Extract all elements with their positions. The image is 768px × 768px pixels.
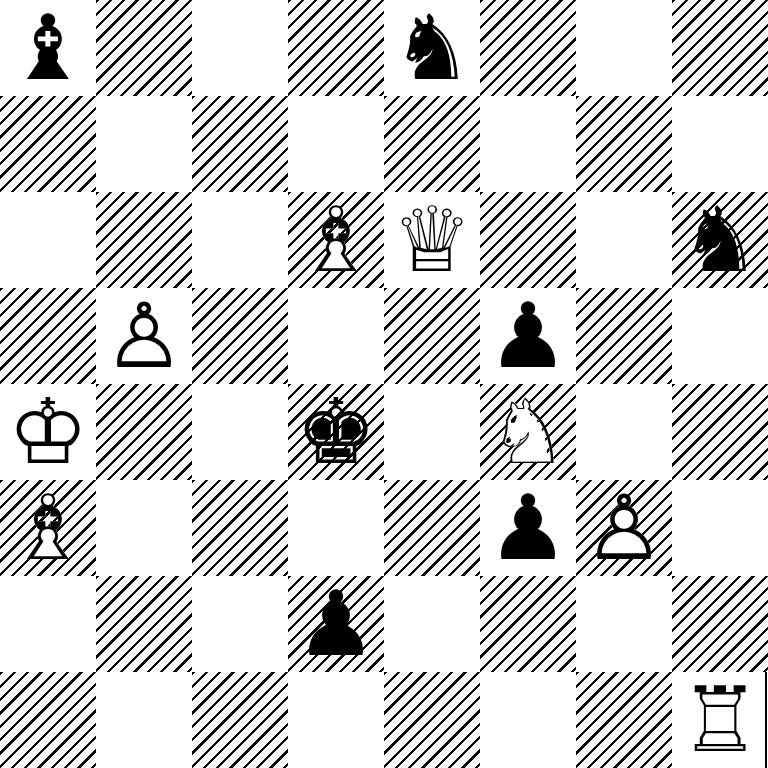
piece-white-king-a4[interactable]: ♚♔ [0, 384, 96, 480]
square-a1[interactable] [0, 672, 96, 768]
square-d3[interactable] [288, 480, 384, 576]
square-e6[interactable]: ♛♕ [384, 192, 480, 288]
piece-black-knight-h6[interactable]: ♞ [672, 192, 768, 288]
piece-white-bishop-d6[interactable]: ♝♗ [288, 192, 384, 288]
square-g4[interactable] [576, 384, 672, 480]
square-c6[interactable] [192, 192, 288, 288]
square-b6[interactable] [96, 192, 192, 288]
square-f7[interactable] [480, 96, 576, 192]
square-h4[interactable] [672, 384, 768, 480]
square-e2[interactable] [384, 576, 480, 672]
square-h5[interactable] [672, 288, 768, 384]
square-e1[interactable] [384, 672, 480, 768]
square-a4[interactable]: ♚♔ [0, 384, 96, 480]
black-king-icon: ♚ [288, 384, 384, 480]
square-c1[interactable] [192, 672, 288, 768]
square-b1[interactable] [96, 672, 192, 768]
black-bishop-icon: ♝ [0, 0, 96, 96]
piece-white-bishop-a3[interactable]: ♝♗ [0, 480, 96, 576]
square-g8[interactable] [576, 0, 672, 96]
square-d7[interactable] [288, 96, 384, 192]
piece-black-bishop-a8[interactable]: ♝ [0, 0, 96, 96]
square-e4[interactable] [384, 384, 480, 480]
piece-black-pawn-f5[interactable]: ♟ [480, 288, 576, 384]
square-d8[interactable] [288, 0, 384, 96]
square-b3[interactable] [96, 480, 192, 576]
square-a5[interactable] [0, 288, 96, 384]
square-b7[interactable] [96, 96, 192, 192]
square-a2[interactable] [0, 576, 96, 672]
black-pawn-icon: ♟ [480, 480, 576, 576]
square-e8[interactable]: ♞ [384, 0, 480, 96]
square-g3[interactable]: ♟♙ [576, 480, 672, 576]
square-f1[interactable] [480, 672, 576, 768]
piece-black-pawn-f3[interactable]: ♟ [480, 480, 576, 576]
square-h8[interactable] [672, 0, 768, 96]
square-f5[interactable]: ♟ [480, 288, 576, 384]
square-c2[interactable] [192, 576, 288, 672]
square-g6[interactable] [576, 192, 672, 288]
square-h1[interactable]: ♜♖ [672, 672, 768, 768]
square-h2[interactable] [672, 576, 768, 672]
white-rook-icon: ♖ [672, 672, 768, 768]
square-h6[interactable]: ♞ [672, 192, 768, 288]
piece-white-rook-h1[interactable]: ♜♖ [672, 672, 768, 768]
square-c3[interactable] [192, 480, 288, 576]
square-g2[interactable] [576, 576, 672, 672]
black-knight-icon: ♞ [672, 192, 768, 288]
white-pawn-icon: ♙ [576, 480, 672, 576]
square-b4[interactable] [96, 384, 192, 480]
square-g7[interactable] [576, 96, 672, 192]
square-g5[interactable] [576, 288, 672, 384]
square-h3[interactable] [672, 480, 768, 576]
square-b2[interactable] [96, 576, 192, 672]
black-pawn-icon: ♟ [288, 576, 384, 672]
square-a8[interactable]: ♝ [0, 0, 96, 96]
square-f4[interactable]: ♞♘ [480, 384, 576, 480]
square-c7[interactable] [192, 96, 288, 192]
white-bishop-icon: ♗ [288, 192, 384, 288]
square-b8[interactable] [96, 0, 192, 96]
black-pawn-icon: ♟ [480, 288, 576, 384]
piece-white-knight-f4[interactable]: ♞♘ [480, 384, 576, 480]
square-e5[interactable] [384, 288, 480, 384]
square-f2[interactable] [480, 576, 576, 672]
black-knight-icon: ♞ [384, 0, 480, 96]
square-d2[interactable]: ♟ [288, 576, 384, 672]
square-f8[interactable] [480, 0, 576, 96]
square-h7[interactable] [672, 96, 768, 192]
white-queen-icon: ♕ [384, 192, 480, 288]
chess-board: ♝♞♝♗♛♕♞♟♙♟♚♔♚♞♘♝♗♟♟♙♟♜♖ [0, 0, 768, 768]
piece-black-pawn-d2[interactable]: ♟ [288, 576, 384, 672]
white-pawn-icon: ♙ [96, 288, 192, 384]
square-g1[interactable] [576, 672, 672, 768]
square-d6[interactable]: ♝♗ [288, 192, 384, 288]
square-e7[interactable] [384, 96, 480, 192]
square-d5[interactable] [288, 288, 384, 384]
square-f6[interactable] [480, 192, 576, 288]
piece-white-pawn-g3[interactable]: ♟♙ [576, 480, 672, 576]
square-a6[interactable] [0, 192, 96, 288]
square-f3[interactable]: ♟ [480, 480, 576, 576]
board-edge-line [765, 672, 767, 768]
square-c4[interactable] [192, 384, 288, 480]
piece-black-king-d4[interactable]: ♚ [288, 384, 384, 480]
square-a7[interactable] [0, 96, 96, 192]
white-king-icon: ♔ [0, 384, 96, 480]
square-d1[interactable] [288, 672, 384, 768]
square-a3[interactable]: ♝♗ [0, 480, 96, 576]
piece-white-queen-e6[interactable]: ♛♕ [384, 192, 480, 288]
piece-white-pawn-b5[interactable]: ♟♙ [96, 288, 192, 384]
square-c8[interactable] [192, 0, 288, 96]
piece-black-knight-e8[interactable]: ♞ [384, 0, 480, 96]
white-bishop-icon: ♗ [0, 480, 96, 576]
square-c5[interactable] [192, 288, 288, 384]
square-b5[interactable]: ♟♙ [96, 288, 192, 384]
white-knight-icon: ♘ [480, 384, 576, 480]
square-d4[interactable]: ♚ [288, 384, 384, 480]
square-e3[interactable] [384, 480, 480, 576]
